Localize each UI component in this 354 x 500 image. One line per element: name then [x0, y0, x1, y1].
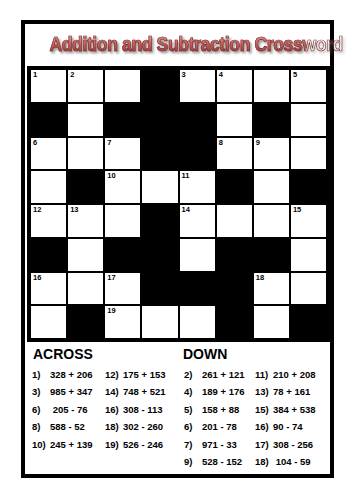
clue-expression: 308 - 113: [123, 401, 163, 418]
clue-expression: 78 + 161: [273, 383, 310, 400]
clue-number: 3): [32, 383, 50, 400]
grid-cell-r7c2[interactable]: [68, 273, 103, 305]
clue-expression: 245 + 139: [50, 436, 93, 453]
clue-expression: 205 - 76: [50, 401, 88, 418]
down-clues-column-1: 2)261 + 1214)189 + 1765)158 + 886)201 - …: [184, 366, 245, 470]
grid-cell-r3c7[interactable]: 9: [254, 138, 289, 170]
cell-number: 6: [33, 138, 37, 147]
grid-cell-r8c8-block: [291, 306, 326, 338]
clue-number: 16): [255, 418, 273, 435]
clue-across-6: 6) 205 - 76: [32, 401, 93, 418]
clue-down-6: 6)201 - 78: [184, 418, 245, 435]
clue-down-13: 13)78 + 161: [255, 383, 316, 400]
clue-number: 9): [184, 453, 202, 470]
clue-expression: 328 + 206: [50, 366, 93, 383]
clue-number: 1): [32, 366, 50, 383]
clue-number: 15): [255, 401, 273, 418]
clue-number: 2): [184, 366, 202, 383]
cell-number: 17: [107, 273, 115, 282]
clue-number: 12): [105, 366, 123, 383]
grid-cell-r7c7[interactable]: 18: [254, 273, 289, 305]
clue-across-19: 19)526 - 246: [105, 436, 166, 453]
grid-cell-r5c2[interactable]: 13: [68, 205, 103, 237]
clue-expression: 526 - 246: [123, 436, 163, 453]
clue-down-7: 7)971 - 33: [184, 436, 245, 453]
cell-number: 19: [107, 306, 115, 315]
clue-down-4: 4)189 + 176: [184, 383, 245, 400]
cell-number: 18: [256, 273, 264, 282]
grid-cell-r8c4[interactable]: [142, 306, 177, 338]
grid-cell-r4c8-block: [291, 171, 326, 203]
grid-cell-r3c3[interactable]: 7: [105, 138, 140, 170]
grid-cell-r8c2-block: [68, 306, 103, 338]
clue-number: 4): [184, 383, 202, 400]
grid-cell-r4c2-block: [68, 171, 103, 203]
clue-down-11: 11)210 + 208: [255, 366, 316, 383]
worksheet-page: Addition and Subtraction Crossword 12345…: [21, 20, 334, 478]
grid-cell-r4c4[interactable]: [142, 171, 177, 203]
clue-number: 18): [105, 418, 123, 435]
grid-cell-r3c2[interactable]: [68, 138, 103, 170]
cell-number: 8: [219, 138, 223, 147]
across-clues-column-1: 1)328 + 2063)985 + 3476) 205 - 768)588 -…: [32, 366, 93, 453]
grid-cell-r6c7-block: [254, 239, 289, 271]
page-title: Addition and Subtraction Crossword: [49, 32, 305, 56]
grid-cell-r1c6[interactable]: 4: [217, 70, 252, 102]
clue-across-10: 10)245 + 139: [32, 436, 93, 453]
grid-cell-r7c5-block: [180, 273, 215, 305]
grid-cell-r2c4-block: [142, 104, 177, 136]
cell-number: 7: [107, 138, 111, 147]
grid-cell-r1c1[interactable]: 1: [31, 70, 66, 102]
grid-cell-r7c4-block: [142, 273, 177, 305]
clue-across-14: 14)748 + 521: [105, 383, 166, 400]
clue-number: 16): [105, 401, 123, 418]
clue-expression: 748 + 521: [123, 383, 166, 400]
grid-cell-r5c8[interactable]: 15: [291, 205, 326, 237]
grid-cell-r3c1[interactable]: 6: [31, 138, 66, 170]
grid-cell-r4c3[interactable]: 10: [105, 171, 140, 203]
clue-expression: 588 - 52: [50, 418, 85, 435]
grid-cell-r1c8[interactable]: 5: [291, 70, 326, 102]
clue-down-9: 9)528 - 152: [184, 453, 245, 470]
grid-cell-r4c7[interactable]: [254, 171, 289, 203]
clue-across-18: 18)302 - 260: [105, 418, 166, 435]
grid-cell-r7c1[interactable]: 16: [31, 273, 66, 305]
cell-number: 14: [182, 205, 190, 214]
crossword-grid: 12345678910111213141516171819: [27, 66, 330, 342]
clue-number: 18): [255, 453, 273, 470]
grid-cell-r2c2[interactable]: [68, 104, 103, 136]
clue-expression: 528 - 152: [202, 453, 242, 470]
grid-cell-r6c4-block: [142, 239, 177, 271]
grid-cell-r3c8[interactable]: [291, 138, 326, 170]
grid-cell-r8c7[interactable]: [254, 306, 289, 338]
cell-number: 3: [182, 70, 186, 79]
grid-cell-r6c1-block: [31, 239, 66, 271]
clue-across-16: 16)308 - 113: [105, 401, 166, 418]
down-heading: DOWN: [183, 346, 227, 362]
clue-number: 8): [32, 418, 50, 435]
clue-across-8: 8)588 - 52: [32, 418, 93, 435]
grid-cell-r4c5[interactable]: 11: [180, 171, 215, 203]
grid-cell-r5c1[interactable]: 12: [31, 205, 66, 237]
clue-expression: 189 + 176: [202, 383, 245, 400]
clue-down-16: 16)90 - 74: [255, 418, 316, 435]
grid-cell-r6c8[interactable]: [291, 239, 326, 271]
across-heading: ACROSS: [33, 346, 93, 362]
clue-expression: 985 + 347: [50, 383, 93, 400]
clue-expression: 210 + 208: [273, 366, 316, 383]
grid-cell-r2c7-block: [254, 104, 289, 136]
grid-cell-r5c7[interactable]: [254, 205, 289, 237]
clue-expression: 104 - 59: [273, 453, 311, 470]
clue-number: 19): [105, 436, 123, 453]
clue-expression: 158 + 88: [202, 401, 239, 418]
cell-number: 5: [293, 70, 297, 79]
grid-cell-r8c3[interactable]: 19: [105, 306, 140, 338]
down-clues-column-2: 11)210 + 20813)78 + 16115)384 + 53816)90…: [255, 366, 316, 470]
clue-expression: 308 - 256: [273, 436, 313, 453]
clue-number: 11): [255, 366, 273, 383]
grid-cell-r6c2[interactable]: [68, 239, 103, 271]
grid-cell-r8c1[interactable]: [31, 306, 66, 338]
cell-number: 4: [219, 70, 223, 79]
grid-cell-r1c4-block: [142, 70, 177, 102]
cell-number: 10: [107, 171, 115, 180]
grid-cell-r6c6-block: [217, 239, 252, 271]
cell-number: 9: [256, 138, 260, 147]
clue-number: 17): [255, 436, 273, 453]
grid-cell-r4c1[interactable]: [31, 171, 66, 203]
cell-number: 13: [70, 205, 78, 214]
grid-cell-r8c5[interactable]: [180, 306, 215, 338]
clue-down-18: 18) 104 - 59: [255, 453, 316, 470]
grid-cell-r5c5[interactable]: 14: [180, 205, 215, 237]
grid-cell-r6c3-block: [105, 239, 140, 271]
clue-expression: 175 + 153: [123, 366, 166, 383]
clue-number: 10): [32, 436, 50, 453]
grid-cell-r1c3[interactable]: [105, 70, 140, 102]
clue-expression: 384 + 538: [273, 401, 316, 418]
grid-cell-r2c3-block: [105, 104, 140, 136]
clue-number: 6): [32, 401, 50, 418]
grid-cell-r8c6-block: [217, 306, 252, 338]
grid-cell-r1c7[interactable]: [254, 70, 289, 102]
clue-number: 7): [184, 436, 202, 453]
cell-number: 15: [293, 205, 301, 214]
clue-number: 14): [105, 383, 123, 400]
cell-number: 12: [33, 205, 41, 214]
grid-cell-r3c6[interactable]: 8: [217, 138, 252, 170]
clue-down-17: 17)308 - 256: [255, 436, 316, 453]
clue-across-1: 1)328 + 206: [32, 366, 93, 383]
grid-cell-r1c2[interactable]: 2: [68, 70, 103, 102]
grid-cell-r4c6-block: [217, 171, 252, 203]
clue-number: 13): [255, 383, 273, 400]
cell-number: 1: [33, 70, 37, 79]
clue-expression: 971 - 33: [202, 436, 237, 453]
across-clues-column-2: 12)175 + 15314)748 + 52116)308 - 11318)3…: [105, 366, 166, 453]
grid-cell-r7c8[interactable]: [291, 273, 326, 305]
grid-cell-r6c5[interactable]: [180, 239, 215, 271]
grid-cell-r3c5-block: [180, 138, 215, 170]
grid-cell-r5c3[interactable]: [105, 205, 140, 237]
grid-cell-r7c6-block: [217, 273, 252, 305]
clue-down-15: 15)384 + 538: [255, 401, 316, 418]
grid-cell-r5c4-block: [142, 205, 177, 237]
cell-number: 11: [182, 171, 190, 180]
grid-cell-r2c8[interactable]: [291, 104, 326, 136]
grid-cell-r2c6[interactable]: [217, 104, 252, 136]
clue-down-2: 2)261 + 121: [184, 366, 245, 383]
clue-expression: 201 - 78: [202, 418, 237, 435]
cell-number: 16: [33, 273, 41, 282]
grid-cell-r1c5[interactable]: 3: [180, 70, 215, 102]
clue-number: 6): [184, 418, 202, 435]
clue-across-12: 12)175 + 153: [105, 366, 166, 383]
grid-cell-r7c3[interactable]: 17: [105, 273, 140, 305]
clue-expression: 90 - 74: [273, 418, 303, 435]
grid-cell-r3c4-block: [142, 138, 177, 170]
cell-number: 2: [70, 70, 74, 79]
clue-down-5: 5)158 + 88: [184, 401, 245, 418]
grid-cell-r2c1-block: [31, 104, 66, 136]
clue-across-3: 3)985 + 347: [32, 383, 93, 400]
grid-cell-r5c6[interactable]: [217, 205, 252, 237]
clue-expression: 302 - 260: [123, 418, 163, 435]
clue-expression: 261 + 121: [202, 366, 245, 383]
clue-number: 5): [184, 401, 202, 418]
grid-cell-r2c5-block: [180, 104, 215, 136]
